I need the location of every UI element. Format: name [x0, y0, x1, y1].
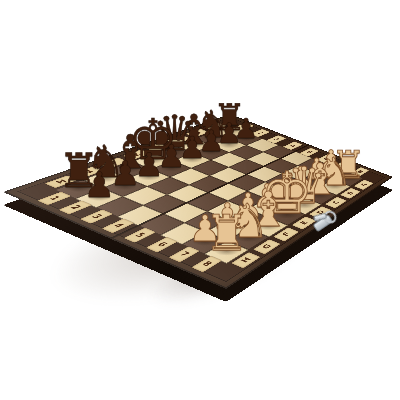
- product-photo: HHGGFFEEDDCCBBAA1122334455667788 ♜♞♝♚♛♝♞…: [0, 0, 400, 400]
- piece-dark-pawn-h2[interactable]: ♟: [83, 167, 115, 202]
- piece-light-rook-h8[interactable]: ♜: [205, 208, 249, 257]
